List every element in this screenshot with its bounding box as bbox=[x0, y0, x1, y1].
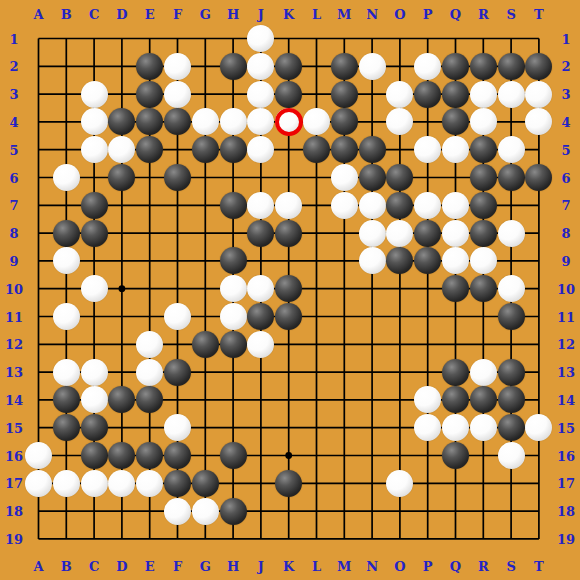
white-stone-O8 bbox=[386, 220, 413, 247]
white-stone-C13 bbox=[81, 359, 108, 386]
row-label-right: 10 bbox=[557, 282, 575, 295]
column-label-top: A bbox=[33, 8, 43, 21]
white-stone-M7 bbox=[331, 192, 358, 219]
black-stone-E2 bbox=[136, 53, 163, 80]
black-stone-B15 bbox=[53, 414, 80, 441]
column-label-top: P bbox=[423, 8, 433, 21]
white-stone-S16 bbox=[498, 442, 525, 469]
column-label-bottom: D bbox=[116, 560, 127, 573]
row-label-left: 17 bbox=[5, 477, 23, 490]
black-stone-G17 bbox=[192, 470, 219, 497]
row-label-left: 7 bbox=[9, 199, 18, 212]
white-stone-C4 bbox=[81, 108, 108, 135]
white-stone-J7 bbox=[247, 192, 274, 219]
white-stone-B11 bbox=[53, 303, 80, 330]
black-stone-K2 bbox=[275, 53, 302, 80]
column-label-top: H bbox=[227, 8, 239, 21]
black-stone-Q3 bbox=[442, 81, 469, 108]
column-label-top: D bbox=[116, 8, 127, 21]
column-label-bottom: L bbox=[312, 560, 321, 573]
black-stone-G12 bbox=[192, 331, 219, 358]
column-label-bottom: T bbox=[534, 560, 544, 573]
white-stone-F3 bbox=[164, 81, 191, 108]
black-stone-R7 bbox=[470, 192, 497, 219]
column-label-bottom: F bbox=[173, 560, 182, 573]
black-stone-S11 bbox=[498, 303, 525, 330]
black-stone-C7 bbox=[81, 192, 108, 219]
white-stone-S3 bbox=[498, 81, 525, 108]
white-stone-C5 bbox=[81, 136, 108, 163]
black-stone-J8 bbox=[247, 220, 274, 247]
black-stone-C8 bbox=[81, 220, 108, 247]
white-stone-S10 bbox=[498, 275, 525, 302]
row-label-right: 16 bbox=[557, 449, 575, 462]
star-point bbox=[285, 452, 292, 459]
black-stone-K11 bbox=[275, 303, 302, 330]
white-stone-R9 bbox=[470, 247, 497, 274]
white-stone-F2 bbox=[164, 53, 191, 80]
white-stone-N2 bbox=[359, 53, 386, 80]
column-label-top: J bbox=[258, 8, 264, 21]
black-stone-H7 bbox=[220, 192, 247, 219]
column-label-top: R bbox=[478, 8, 489, 21]
column-label-bottom: A bbox=[33, 560, 43, 573]
white-stone-C10 bbox=[81, 275, 108, 302]
white-stone-N9 bbox=[359, 247, 386, 274]
row-label-right: 7 bbox=[561, 199, 570, 212]
white-stone-Q15 bbox=[442, 414, 469, 441]
column-label-bottom: E bbox=[145, 560, 155, 573]
black-stone-M5 bbox=[331, 136, 358, 163]
black-stone-R8 bbox=[470, 220, 497, 247]
column-label-bottom: N bbox=[366, 560, 378, 573]
column-label-bottom: J bbox=[258, 560, 264, 573]
white-stone-P7 bbox=[414, 192, 441, 219]
column-label-bottom: H bbox=[227, 560, 239, 573]
black-stone-H5 bbox=[220, 136, 247, 163]
column-label-top: S bbox=[506, 8, 515, 21]
white-stone-O17 bbox=[386, 470, 413, 497]
row-label-right: 4 bbox=[561, 115, 570, 128]
black-stone-Q13 bbox=[442, 359, 469, 386]
white-stone-R15 bbox=[470, 414, 497, 441]
column-label-bottom: R bbox=[478, 560, 489, 573]
go-board[interactable]: AABBCCDDEEFFGGHHJJKKLLMMNNOOPPQQRRSSTT11… bbox=[0, 0, 580, 580]
row-label-right: 13 bbox=[557, 366, 575, 379]
white-stone-N8 bbox=[359, 220, 386, 247]
black-stone-M2 bbox=[331, 53, 358, 80]
white-stone-P2 bbox=[414, 53, 441, 80]
black-stone-H9 bbox=[220, 247, 247, 274]
black-stone-H12 bbox=[220, 331, 247, 358]
black-stone-S14 bbox=[498, 386, 525, 413]
black-stone-S13 bbox=[498, 359, 525, 386]
row-label-left: 13 bbox=[5, 366, 23, 379]
column-label-top: F bbox=[173, 8, 182, 21]
white-stone-J3 bbox=[247, 81, 274, 108]
white-stone-R3 bbox=[470, 81, 497, 108]
column-label-top: C bbox=[89, 8, 99, 21]
black-stone-K3 bbox=[275, 81, 302, 108]
row-label-left: 1 bbox=[9, 32, 18, 45]
white-stone-F18 bbox=[164, 498, 191, 525]
column-label-top: B bbox=[61, 8, 72, 21]
black-stone-R2 bbox=[470, 53, 497, 80]
white-stone-B9 bbox=[53, 247, 80, 274]
black-stone-L5 bbox=[303, 136, 330, 163]
white-stone-E13 bbox=[136, 359, 163, 386]
black-stone-Q16 bbox=[442, 442, 469, 469]
white-stone-E12 bbox=[136, 331, 163, 358]
row-label-right: 19 bbox=[557, 532, 575, 545]
white-stone-D17 bbox=[108, 470, 135, 497]
column-label-top: T bbox=[534, 8, 544, 21]
black-stone-B14 bbox=[53, 386, 80, 413]
row-label-left: 6 bbox=[9, 171, 18, 184]
black-stone-S2 bbox=[498, 53, 525, 80]
row-label-left: 3 bbox=[9, 88, 18, 101]
white-stone-J2 bbox=[247, 53, 274, 80]
row-label-left: 15 bbox=[5, 421, 23, 434]
row-label-right: 17 bbox=[557, 477, 575, 490]
black-stone-M3 bbox=[331, 81, 358, 108]
black-stone-F13 bbox=[164, 359, 191, 386]
white-stone-Q7 bbox=[442, 192, 469, 219]
white-stone-A16 bbox=[25, 442, 52, 469]
column-label-top: E bbox=[145, 8, 155, 21]
row-label-right: 6 bbox=[561, 171, 570, 184]
white-stone-B17 bbox=[53, 470, 80, 497]
white-stone-C17 bbox=[81, 470, 108, 497]
black-stone-S15 bbox=[498, 414, 525, 441]
black-stone-M4 bbox=[331, 108, 358, 135]
row-label-left: 2 bbox=[9, 60, 18, 73]
black-stone-C15 bbox=[81, 414, 108, 441]
black-stone-F17 bbox=[164, 470, 191, 497]
row-label-left: 19 bbox=[5, 532, 23, 545]
row-label-left: 18 bbox=[5, 505, 23, 518]
black-stone-R5 bbox=[470, 136, 497, 163]
white-stone-O3 bbox=[386, 81, 413, 108]
white-stone-R4 bbox=[470, 108, 497, 135]
white-stone-F15 bbox=[164, 414, 191, 441]
row-label-left: 10 bbox=[5, 282, 23, 295]
column-label-bottom: P bbox=[423, 560, 433, 573]
last-move-marker bbox=[275, 108, 303, 136]
row-label-right: 12 bbox=[557, 338, 575, 351]
row-label-left: 8 bbox=[9, 227, 18, 240]
white-stone-R13 bbox=[470, 359, 497, 386]
column-label-top: L bbox=[312, 8, 321, 21]
white-stone-B6 bbox=[53, 164, 80, 191]
black-stone-R10 bbox=[470, 275, 497, 302]
column-label-top: Q bbox=[450, 8, 461, 21]
column-label-bottom: M bbox=[337, 560, 351, 573]
white-stone-H11 bbox=[220, 303, 247, 330]
black-stone-C16 bbox=[81, 442, 108, 469]
white-stone-G4 bbox=[192, 108, 219, 135]
white-stone-H4 bbox=[220, 108, 247, 135]
column-label-bottom: K bbox=[283, 560, 294, 573]
white-stone-A17 bbox=[25, 470, 52, 497]
white-stone-M6 bbox=[331, 164, 358, 191]
white-stone-F11 bbox=[164, 303, 191, 330]
black-stone-K8 bbox=[275, 220, 302, 247]
black-stone-T2 bbox=[525, 53, 552, 80]
black-stone-F16 bbox=[164, 442, 191, 469]
white-stone-K7 bbox=[275, 192, 302, 219]
black-stone-O7 bbox=[386, 192, 413, 219]
row-label-left: 16 bbox=[5, 449, 23, 462]
row-label-left: 4 bbox=[9, 115, 18, 128]
white-stone-G18 bbox=[192, 498, 219, 525]
row-label-right: 1 bbox=[561, 32, 570, 45]
black-stone-B8 bbox=[53, 220, 80, 247]
black-stone-N6 bbox=[359, 164, 386, 191]
row-label-right: 3 bbox=[561, 88, 570, 101]
column-label-top: K bbox=[283, 8, 294, 21]
black-stone-H16 bbox=[220, 442, 247, 469]
black-stone-F6 bbox=[164, 164, 191, 191]
white-stone-T3 bbox=[525, 81, 552, 108]
row-label-right: 2 bbox=[561, 60, 570, 73]
white-stone-B13 bbox=[53, 359, 80, 386]
black-stone-G5 bbox=[192, 136, 219, 163]
row-label-right: 18 bbox=[557, 505, 575, 518]
white-stone-E17 bbox=[136, 470, 163, 497]
row-label-right: 5 bbox=[561, 143, 570, 156]
column-label-top: G bbox=[200, 8, 211, 21]
black-stone-Q2 bbox=[442, 53, 469, 80]
row-label-left: 5 bbox=[9, 143, 18, 156]
column-label-bottom: S bbox=[506, 560, 515, 573]
black-stone-H2 bbox=[220, 53, 247, 80]
white-stone-C3 bbox=[81, 81, 108, 108]
row-label-right: 14 bbox=[557, 393, 575, 406]
black-stone-R14 bbox=[470, 386, 497, 413]
black-stone-Q10 bbox=[442, 275, 469, 302]
black-stone-R6 bbox=[470, 164, 497, 191]
white-stone-J12 bbox=[247, 331, 274, 358]
row-label-right: 8 bbox=[561, 227, 570, 240]
white-stone-N7 bbox=[359, 192, 386, 219]
black-stone-E3 bbox=[136, 81, 163, 108]
black-stone-E16 bbox=[136, 442, 163, 469]
row-label-left: 9 bbox=[9, 254, 18, 267]
black-stone-P8 bbox=[414, 220, 441, 247]
row-label-left: 11 bbox=[5, 310, 23, 323]
row-label-right: 9 bbox=[561, 254, 570, 267]
black-stone-S6 bbox=[498, 164, 525, 191]
row-label-right: 15 bbox=[557, 421, 575, 434]
column-label-top: M bbox=[337, 8, 351, 21]
row-label-left: 12 bbox=[5, 338, 23, 351]
column-label-top: N bbox=[366, 8, 378, 21]
white-stone-H10 bbox=[220, 275, 247, 302]
row-label-right: 11 bbox=[557, 310, 575, 323]
column-label-bottom: C bbox=[89, 560, 99, 573]
white-stone-S5 bbox=[498, 136, 525, 163]
star-point bbox=[119, 285, 126, 292]
column-label-bottom: Q bbox=[450, 560, 461, 573]
column-label-bottom: O bbox=[394, 560, 405, 573]
black-stone-K17 bbox=[275, 470, 302, 497]
white-stone-S8 bbox=[498, 220, 525, 247]
column-label-top: O bbox=[394, 8, 405, 21]
column-label-bottom: G bbox=[200, 560, 211, 573]
column-label-bottom: B bbox=[61, 560, 72, 573]
white-stone-Q8 bbox=[442, 220, 469, 247]
white-stone-C14 bbox=[81, 386, 108, 413]
black-stone-N5 bbox=[359, 136, 386, 163]
black-stone-P3 bbox=[414, 81, 441, 108]
black-stone-H18 bbox=[220, 498, 247, 525]
row-label-left: 14 bbox=[5, 393, 23, 406]
white-stone-Q5 bbox=[442, 136, 469, 163]
